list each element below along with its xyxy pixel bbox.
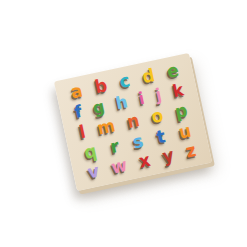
puzzle-piece-j[interactable]: j	[154, 86, 163, 104]
puzzle-piece-b[interactable]: b	[93, 76, 109, 96]
product-photo-scene: abcdefghijklmnopqrstuvwxyz	[0, 0, 247, 247]
puzzle-piece-x[interactable]: x	[138, 151, 152, 171]
puzzle-piece-w[interactable]: w	[110, 156, 129, 177]
puzzle-piece-e[interactable]: e	[165, 61, 180, 81]
puzzle-piece-p[interactable]: p	[174, 101, 190, 121]
puzzle-piece-i[interactable]: i	[137, 90, 146, 108]
puzzle-piece-s[interactable]: s	[131, 132, 145, 152]
puzzle-piece-u[interactable]: u	[177, 122, 193, 142]
puzzle-piece-t[interactable]: t	[155, 127, 167, 146]
puzzle-piece-a[interactable]: a	[69, 81, 84, 101]
puzzle-piece-f[interactable]: f	[73, 103, 83, 121]
puzzle-piece-g[interactable]: g	[91, 98, 106, 117]
puzzle-piece-c[interactable]: c	[118, 71, 132, 91]
puzzle-board-rows: abcdefghijklmnopqrstuvwxyz	[61, 58, 207, 185]
puzzle-piece-v[interactable]: v	[86, 162, 101, 182]
puzzle-piece-r[interactable]: r	[109, 137, 121, 156]
puzzle-piece-d[interactable]: d	[141, 66, 157, 86]
puzzle-piece-h[interactable]: h	[114, 93, 129, 112]
puzzle-piece-q[interactable]: q	[83, 142, 99, 162]
puzzle-piece-n[interactable]: n	[125, 111, 141, 131]
puzzle-piece-k[interactable]: k	[171, 81, 185, 100]
puzzle-piece-z[interactable]: z	[184, 142, 197, 162]
puzzle-piece-m[interactable]: m	[96, 117, 117, 138]
puzzle-piece-o[interactable]: o	[150, 106, 165, 126]
puzzle-board: abcdefghijklmnopqrstuvwxyz	[54, 53, 212, 191]
puzzle-piece-l[interactable]: l	[78, 123, 87, 142]
puzzle-piece-y[interactable]: y	[161, 146, 176, 166]
